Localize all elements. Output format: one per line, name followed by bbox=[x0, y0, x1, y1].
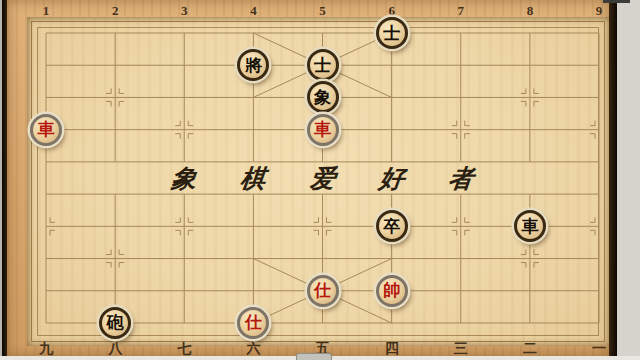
watermark-char: 象 bbox=[170, 166, 198, 191]
watermark-char: 者 bbox=[447, 166, 475, 191]
piece-black-soldier[interactable]: 卒 bbox=[376, 210, 408, 242]
file-label-top-2: 2 bbox=[112, 4, 119, 17]
piece-black-general[interactable]: 將 bbox=[237, 49, 269, 81]
piece-red-chariot[interactable]: 車 bbox=[307, 114, 339, 146]
file-label-bottom-8: 二 bbox=[523, 342, 537, 356]
file-label-bottom-6: 四 bbox=[385, 342, 399, 356]
file-label-top-1: 1 bbox=[43, 4, 50, 17]
file-label-bottom-2: 八 bbox=[108, 342, 122, 356]
file-label-bottom-3: 七 bbox=[177, 342, 191, 356]
xiangqi-app-window: 123456789 九八七六五四三二一 象棋爱好者 士將士象車車卒車仕帥仕砲 bbox=[0, 0, 640, 360]
file-label-top-8: 8 bbox=[527, 4, 534, 17]
file-label-top-5: 5 bbox=[319, 4, 326, 17]
file-label-top-9: 9 bbox=[596, 4, 603, 17]
top-right-window-artifact bbox=[603, 0, 630, 3]
piece-red-chariot[interactable]: 車 bbox=[30, 114, 62, 146]
watermark-char: 好 bbox=[378, 166, 406, 191]
piece-black-advisor[interactable]: 士 bbox=[307, 49, 339, 81]
file-label-bottom-1: 九 bbox=[39, 342, 53, 356]
piece-red-advisor[interactable]: 仕 bbox=[307, 275, 339, 307]
file-label-top-3: 3 bbox=[181, 4, 188, 17]
file-label-top-7: 7 bbox=[458, 4, 465, 17]
piece-black-cannon[interactable]: 砲 bbox=[99, 307, 131, 339]
bottom-window-artifact bbox=[296, 353, 332, 360]
left-dark-edge bbox=[2, 0, 7, 360]
right-window-strip bbox=[617, 0, 640, 360]
file-label-bottom-9: 一 bbox=[592, 342, 606, 356]
piece-black-advisor[interactable]: 士 bbox=[376, 17, 408, 49]
file-label-bottom-4: 六 bbox=[246, 342, 260, 356]
file-label-top-6: 6 bbox=[388, 4, 395, 17]
piece-black-elephant[interactable]: 象 bbox=[307, 81, 339, 113]
piece-red-advisor[interactable]: 仕 bbox=[237, 307, 269, 339]
file-label-top-4: 4 bbox=[250, 4, 257, 17]
piece-red-general[interactable]: 帥 bbox=[376, 275, 408, 307]
watermark-char: 爱 bbox=[309, 166, 337, 191]
file-label-bottom-7: 三 bbox=[454, 342, 468, 356]
right-dark-edge bbox=[609, 0, 617, 360]
watermark-char: 棋 bbox=[240, 166, 268, 191]
piece-black-chariot[interactable]: 車 bbox=[514, 210, 546, 242]
